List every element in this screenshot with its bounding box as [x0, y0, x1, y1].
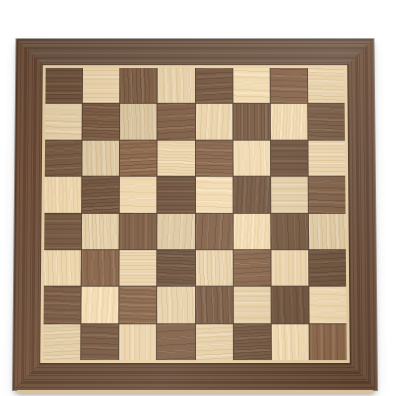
- board-square-a3: [44, 250, 81, 286]
- board-square-h3: [309, 250, 346, 286]
- board-square-f8: [233, 68, 270, 103]
- board-square-c8: [120, 68, 157, 103]
- board-square-b4: [82, 213, 119, 249]
- board-square-f6: [233, 140, 270, 175]
- board-frame-right: [347, 39, 377, 390]
- board-square-e6: [195, 140, 232, 175]
- board-square-h7: [308, 104, 345, 139]
- board-square-f2: [233, 287, 270, 323]
- board-square-e4: [195, 213, 232, 249]
- board-square-h8: [308, 68, 345, 103]
- board-square-d8: [158, 68, 195, 103]
- board-square-d5: [158, 177, 195, 213]
- board-square-d6: [158, 140, 195, 175]
- board-square-g2: [271, 287, 308, 323]
- board-square-e5: [195, 177, 232, 213]
- board-bottom-chamfer: [17, 390, 373, 393]
- board-square-h5: [309, 177, 346, 213]
- board-square-b1: [81, 324, 118, 360]
- board-square-b3: [82, 250, 119, 286]
- board-field: [43, 68, 347, 360]
- board-square-g5: [271, 177, 308, 213]
- board-square-f7: [233, 104, 270, 139]
- board-square-g8: [270, 68, 307, 103]
- board-square-g7: [271, 104, 308, 139]
- board-square-c1: [119, 324, 156, 360]
- board-square-a8: [45, 68, 82, 103]
- board-square-a6: [45, 140, 82, 175]
- board-square-h6: [308, 140, 345, 175]
- board-square-e7: [195, 104, 232, 139]
- board-square-d4: [158, 213, 195, 249]
- board-square-b5: [82, 177, 119, 213]
- board-square-g6: [271, 140, 308, 175]
- board-square-b7: [83, 104, 120, 139]
- board-square-e2: [195, 287, 232, 323]
- board-square-h4: [309, 213, 346, 249]
- board-square-a4: [44, 213, 81, 249]
- board-square-h1: [309, 324, 346, 360]
- board-square-c6: [120, 140, 157, 175]
- board-square-f5: [233, 177, 270, 213]
- board-square-e3: [195, 250, 232, 286]
- board-square-d1: [157, 324, 194, 360]
- board-square-c4: [120, 213, 157, 249]
- board-frame-bottom: [13, 363, 377, 390]
- board-square-d7: [158, 104, 195, 139]
- board-square-a5: [44, 177, 81, 213]
- board-inlay-border: [40, 65, 350, 363]
- board-square-a1: [43, 324, 80, 360]
- board-square-a2: [44, 287, 81, 323]
- board-square-c2: [120, 287, 157, 323]
- product-photo: [0, 0, 416, 396]
- board-square-d2: [158, 287, 195, 323]
- board-square-c3: [120, 250, 157, 286]
- board-square-g1: [271, 324, 308, 360]
- board-square-f3: [233, 250, 270, 286]
- board-square-d3: [158, 250, 195, 286]
- board-square-e8: [195, 68, 232, 103]
- board-square-g4: [271, 213, 308, 249]
- board-frame-left: [13, 39, 43, 390]
- board-square-f1: [233, 324, 270, 360]
- board-square-e1: [195, 324, 232, 360]
- board-square-a7: [45, 104, 82, 139]
- board-square-b6: [82, 140, 119, 175]
- chessboard: [13, 39, 377, 390]
- board-square-c7: [120, 104, 157, 139]
- board-square-f4: [233, 213, 270, 249]
- board-square-b2: [82, 287, 119, 323]
- board-square-h2: [309, 287, 346, 323]
- board-square-c5: [120, 177, 157, 213]
- board-square-g3: [271, 250, 308, 286]
- board-square-b8: [83, 68, 120, 103]
- board-frame-top: [16, 39, 374, 65]
